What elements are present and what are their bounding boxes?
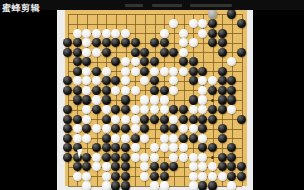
stone-black (121, 143, 130, 152)
stone-black (121, 124, 130, 133)
stone-black (111, 172, 120, 181)
title-bar-text-blur (152, 4, 182, 7)
stone-white (121, 67, 130, 76)
stone-black (73, 95, 82, 104)
stone-white (102, 29, 111, 38)
stone-white (198, 86, 207, 95)
stone-white (150, 153, 159, 162)
stone-black (121, 105, 130, 114)
stone-black (198, 143, 207, 152)
stone-black (82, 124, 91, 133)
stone-black (227, 172, 236, 181)
stone-white (189, 172, 198, 181)
stone-black (227, 153, 236, 162)
stone-black (121, 181, 130, 190)
stone-black (227, 86, 236, 95)
stone-black (63, 48, 72, 57)
stone-black (140, 57, 149, 66)
stone-black (111, 105, 120, 114)
stone-black (198, 67, 207, 76)
stone-black (208, 19, 217, 28)
stone-black (160, 124, 169, 133)
stone-black (179, 134, 188, 143)
stone-black (102, 143, 111, 152)
stone-black (73, 57, 82, 66)
stone-black (208, 115, 217, 124)
stone-black (227, 162, 236, 171)
stone-black (227, 95, 236, 104)
stone-white (189, 181, 198, 190)
star-point (211, 156, 214, 159)
stone-white (73, 124, 82, 133)
stone-white (150, 67, 159, 76)
stone-white (208, 76, 217, 85)
stone-white (179, 67, 188, 76)
stone-black (63, 124, 72, 133)
stone-black (140, 124, 149, 133)
stone-black (111, 124, 120, 133)
stone-black (218, 48, 227, 57)
stone-black (92, 38, 101, 47)
stone-white (169, 86, 178, 95)
title-bar-text-blur (125, 4, 143, 7)
stone-white (73, 172, 82, 181)
title-bar-text-blur (190, 4, 232, 7)
stone-white (160, 105, 169, 114)
stone-white (169, 76, 178, 85)
stone-black (102, 95, 111, 104)
stone-black (169, 162, 178, 171)
title-bar (0, 0, 304, 10)
stone-white (198, 153, 207, 162)
stone-black (73, 67, 82, 76)
stone-white (111, 86, 120, 95)
stone-white (160, 67, 169, 76)
stone-black (82, 162, 91, 171)
stone-black (218, 76, 227, 85)
stone-white (102, 172, 111, 181)
stone-black (208, 143, 217, 152)
stone-black (237, 19, 246, 28)
stone-white (227, 105, 236, 114)
stone-black (227, 9, 236, 18)
stone-black (150, 86, 159, 95)
stone-black (160, 48, 169, 57)
stone-white (169, 67, 178, 76)
stone-white (131, 86, 140, 95)
stone-black (179, 105, 188, 114)
stone-white (102, 105, 111, 114)
stone-black (169, 48, 178, 57)
stone-white (82, 67, 91, 76)
stone-white (150, 143, 159, 152)
stone-white (189, 124, 198, 133)
stone-black (102, 76, 111, 85)
stone-black (237, 172, 246, 181)
stone-black (121, 38, 130, 47)
stone-black (208, 29, 217, 38)
stone-black (121, 172, 130, 181)
stone-white (169, 134, 178, 143)
stone-black (227, 76, 236, 85)
stone-white (82, 105, 91, 114)
stone-white (179, 143, 188, 152)
stone-white (82, 181, 91, 190)
stone-black (169, 124, 178, 133)
stone-white (92, 48, 101, 57)
stone-black (189, 76, 198, 85)
stone-white (121, 76, 130, 85)
stone-black (92, 86, 101, 95)
stone-black (198, 124, 207, 133)
stone-black (150, 172, 159, 181)
stone-white (189, 19, 198, 28)
stone-black (63, 86, 72, 95)
stone-black (208, 38, 217, 47)
stone-black (189, 115, 198, 124)
stone-white (111, 29, 120, 38)
stone-white (73, 29, 82, 38)
stone-white (82, 76, 91, 85)
stone-white (131, 153, 140, 162)
stone-white (169, 153, 178, 162)
stone-black (73, 162, 82, 171)
stone-white (189, 162, 198, 171)
star-point (211, 99, 214, 102)
stone-white (208, 162, 217, 171)
stone-black (63, 38, 72, 47)
stone-white (140, 153, 149, 162)
stone-black (131, 134, 140, 143)
stone-white (131, 105, 140, 114)
stone-black (218, 153, 227, 162)
stone-black (160, 172, 169, 181)
stone-white (140, 95, 149, 104)
stone-white (73, 134, 82, 143)
stone-white (121, 115, 130, 124)
stone-black (160, 38, 169, 47)
go-board[interactable] (65, 10, 247, 186)
stone-black (63, 76, 72, 85)
stone-black (237, 48, 246, 57)
stone-white (73, 76, 82, 85)
stone-white (227, 57, 236, 66)
stone-black (198, 181, 207, 190)
stone-white (198, 19, 207, 28)
stone-white (121, 134, 130, 143)
stone-black (189, 57, 198, 66)
stone-white (92, 76, 101, 85)
stone-white (82, 38, 91, 47)
stone-black (198, 115, 207, 124)
stone-black (150, 76, 159, 85)
stone-white (82, 134, 91, 143)
stone-grey-preview (208, 9, 217, 18)
stone-white (131, 124, 140, 133)
stone-white (169, 115, 178, 124)
stone-white (121, 86, 130, 95)
stone-white (189, 153, 198, 162)
stone-white (92, 153, 101, 162)
stone-white (82, 172, 91, 181)
stone-black (237, 162, 246, 171)
stone-black (140, 67, 149, 76)
stone-white (121, 29, 130, 38)
stone-black (131, 48, 140, 57)
stone-white (82, 48, 91, 57)
stone-white (92, 29, 101, 38)
stone-white (179, 153, 188, 162)
stone-black (140, 115, 149, 124)
stone-white (92, 95, 101, 104)
stone-white (82, 29, 91, 38)
stone-white (82, 115, 91, 124)
stone-black (73, 86, 82, 95)
stone-white (169, 19, 178, 28)
stone-white (189, 105, 198, 114)
stone-white (227, 181, 236, 190)
video-frame: 蜜蜂剪辑 (0, 0, 304, 190)
stone-black (237, 115, 246, 124)
stone-black (218, 67, 227, 76)
stone-black (92, 105, 101, 114)
stone-black (150, 57, 159, 66)
stone-black (218, 105, 227, 114)
stone-white (150, 95, 159, 104)
watermark: 蜜蜂剪辑 (2, 2, 40, 15)
stone-white (179, 124, 188, 133)
stone-white (131, 115, 140, 124)
stone-black (111, 57, 120, 66)
stone-white (160, 181, 169, 190)
stone-white (169, 143, 178, 152)
stone-black (102, 153, 111, 162)
stone-white (179, 48, 188, 57)
stone-black (189, 67, 198, 76)
stone-white (102, 162, 111, 171)
stone-white (150, 105, 159, 114)
stone-white (150, 181, 159, 190)
stone-white (198, 172, 207, 181)
stone-black (63, 134, 72, 143)
stone-white (92, 162, 101, 171)
stone-black (121, 153, 130, 162)
stone-black (160, 162, 169, 171)
stone-white (198, 29, 207, 38)
stone-white (140, 134, 149, 143)
stone-white (111, 134, 120, 143)
stone-white (198, 134, 207, 143)
stone-black (111, 162, 120, 171)
stone-black (150, 38, 159, 47)
stone-black (140, 48, 149, 57)
stone-white (102, 67, 111, 76)
stone-black (179, 57, 188, 66)
stone-white (189, 38, 198, 47)
stone-black (150, 162, 159, 171)
stone-white (102, 181, 111, 190)
stone-white (111, 115, 120, 124)
stone-black (102, 38, 111, 47)
stone-white (198, 162, 207, 171)
stone-black (160, 86, 169, 95)
stone-black (121, 162, 130, 171)
stone-black (218, 134, 227, 143)
stone-black (111, 38, 120, 47)
stone-black (189, 95, 198, 104)
stone-black (111, 76, 120, 85)
stone-white (131, 57, 140, 66)
stone-black (208, 86, 217, 95)
stone-white (179, 29, 188, 38)
stone-black (121, 95, 130, 104)
stone-black (131, 38, 140, 47)
stone-black (169, 105, 178, 114)
stone-white (131, 67, 140, 76)
stone-white (160, 95, 169, 104)
stone-black (63, 143, 72, 152)
stone-white (140, 162, 149, 171)
stone-black (82, 57, 91, 66)
stone-black (111, 143, 120, 152)
stone-black (189, 134, 198, 143)
stone-white (160, 143, 169, 152)
stone-white (121, 57, 130, 66)
stone-black (218, 95, 227, 104)
stone-white (140, 105, 149, 114)
stone-white (92, 124, 101, 133)
stone-black (73, 48, 82, 57)
stone-black (208, 105, 217, 114)
stone-black (92, 143, 101, 152)
stone-black (160, 115, 169, 124)
stone-black (63, 105, 72, 114)
stone-white (198, 105, 207, 114)
stone-white (160, 134, 169, 143)
stone-black (82, 95, 91, 104)
stone-white (218, 172, 227, 181)
stone-black (218, 29, 227, 38)
stone-black (111, 181, 120, 190)
stone-black (218, 162, 227, 171)
stone-white (198, 76, 207, 85)
stone-black (218, 86, 227, 95)
stone-white (208, 172, 217, 181)
stone-black (111, 153, 120, 162)
stone-white (82, 86, 91, 95)
stone-black (227, 143, 236, 152)
stone-black (73, 115, 82, 124)
stone-black (102, 48, 111, 57)
stone-white (198, 95, 207, 104)
stone-black (102, 134, 111, 143)
stone-white (140, 76, 149, 85)
stone-white (160, 29, 169, 38)
stone-white (102, 124, 111, 133)
stone-white (179, 38, 188, 47)
stone-black (218, 124, 227, 133)
stone-black (63, 115, 72, 124)
stone-black (179, 115, 188, 124)
stone-black (92, 67, 101, 76)
stone-black (150, 115, 159, 124)
stone-black (102, 115, 111, 124)
stone-black (63, 153, 72, 162)
stone-white (131, 143, 140, 152)
stone-black (218, 38, 227, 47)
stone-black (102, 86, 111, 95)
stone-black (73, 38, 82, 47)
stone-white (140, 172, 149, 181)
stone-black (208, 181, 217, 190)
